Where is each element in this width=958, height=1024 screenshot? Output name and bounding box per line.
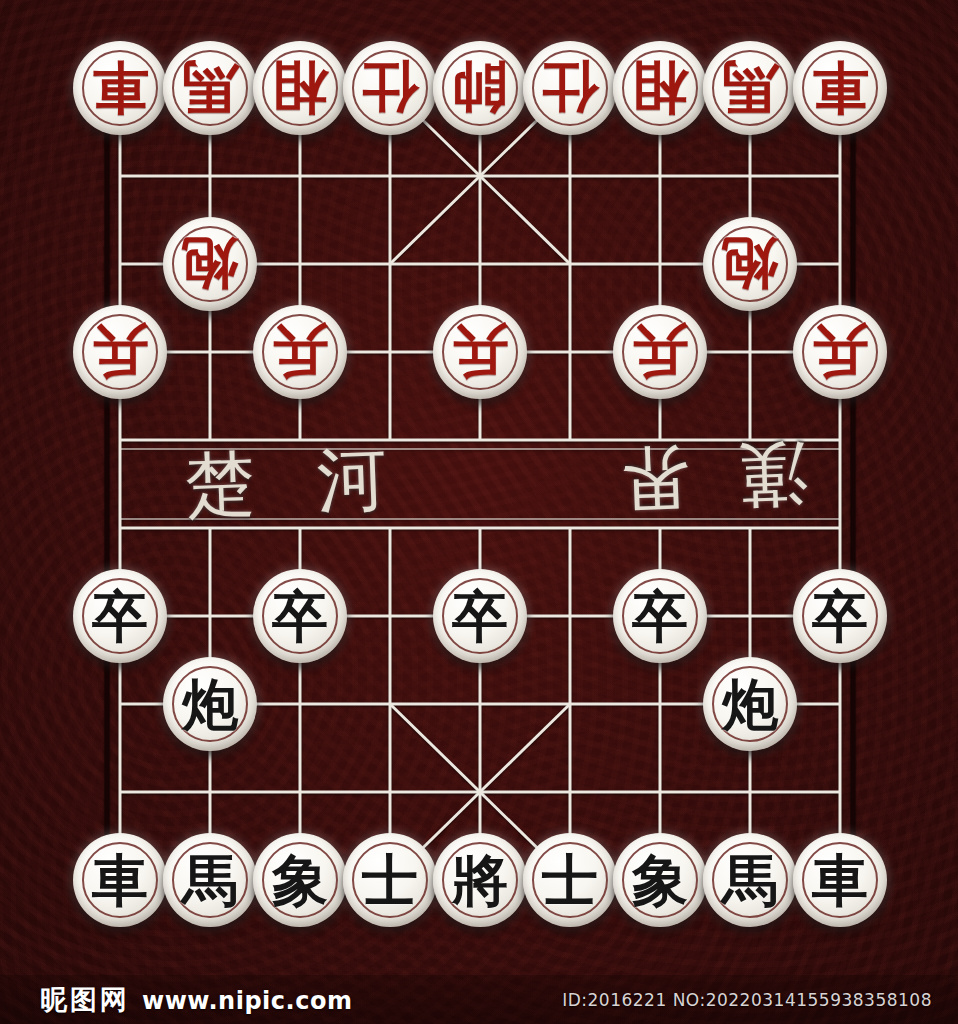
piece-red-soldier[interactable]: 兵 (433, 305, 527, 399)
piece-glyph: 象 (272, 852, 328, 908)
piece-glyph: 車 (812, 852, 868, 908)
piece-glyph: 車 (92, 852, 148, 908)
piece-black-soldier[interactable]: 卒 (433, 569, 527, 663)
piece-glyph: 兵 (272, 324, 328, 380)
piece-black-soldier[interactable]: 卒 (253, 569, 347, 663)
piece-glyph: 相 (272, 60, 328, 116)
piece-black-soldier[interactable]: 卒 (73, 569, 167, 663)
watermark-bar: 昵图网 www.nipic.com ID:2016221 NO:20220314… (0, 975, 958, 1024)
piece-glyph: 帥 (452, 60, 508, 116)
piece-glyph: 車 (92, 60, 148, 116)
piece-glyph: 卒 (272, 588, 328, 644)
piece-glyph: 相 (632, 60, 688, 116)
piece-glyph: 卒 (632, 588, 688, 644)
piece-red-soldier[interactable]: 兵 (253, 305, 347, 399)
piece-glyph: 馬 (182, 852, 238, 908)
xiangqi-board[interactable]: 車馬相仕帥仕相馬車炮炮兵兵兵兵兵卒卒卒卒卒炮炮車馬象士將士象馬車 (75, 44, 885, 924)
piece-black-horse[interactable]: 馬 (163, 833, 257, 927)
piece-glyph: 兵 (632, 324, 688, 380)
piece-glyph: 馬 (722, 60, 778, 116)
piece-glyph: 仕 (362, 60, 418, 116)
piece-glyph: 士 (542, 852, 598, 908)
piece-glyph: 炮 (182, 676, 238, 732)
piece-black-advisor[interactable]: 士 (523, 833, 617, 927)
piece-black-chariot[interactable]: 車 (793, 833, 887, 927)
piece-glyph: 將 (452, 852, 508, 908)
piece-red-elephant[interactable]: 相 (613, 41, 707, 135)
piece-glyph: 象 (632, 852, 688, 908)
piece-red-elephant[interactable]: 相 (253, 41, 347, 135)
piece-glyph: 車 (812, 60, 868, 116)
piece-black-cannon[interactable]: 炮 (703, 657, 797, 751)
piece-glyph: 卒 (92, 588, 148, 644)
piece-black-soldier[interactable]: 卒 (613, 569, 707, 663)
piece-black-chariot[interactable]: 車 (73, 833, 167, 927)
piece-red-soldier[interactable]: 兵 (613, 305, 707, 399)
site-url-text: www.nipic.com (142, 987, 352, 1015)
piece-black-elephant[interactable]: 象 (613, 833, 707, 927)
piece-glyph: 炮 (182, 236, 238, 292)
piece-glyph: 卒 (812, 588, 868, 644)
piece-glyph: 兵 (812, 324, 868, 380)
piece-black-cannon[interactable]: 炮 (163, 657, 257, 751)
site-watermark: 昵图网 www.nipic.com (40, 982, 352, 1018)
piece-red-general[interactable]: 帥 (433, 41, 527, 135)
piece-red-cannon[interactable]: 炮 (703, 217, 797, 311)
piece-red-advisor[interactable]: 仕 (523, 41, 617, 135)
piece-red-chariot[interactable]: 車 (73, 41, 167, 135)
piece-black-general[interactable]: 將 (433, 833, 527, 927)
piece-red-horse[interactable]: 馬 (163, 41, 257, 135)
piece-red-chariot[interactable]: 車 (793, 41, 887, 135)
piece-red-soldier[interactable]: 兵 (793, 305, 887, 399)
piece-red-soldier[interactable]: 兵 (73, 305, 167, 399)
piece-black-elephant[interactable]: 象 (253, 833, 347, 927)
piece-glyph: 兵 (92, 324, 148, 380)
piece-glyph: 馬 (722, 852, 778, 908)
piece-red-advisor[interactable]: 仕 (343, 41, 437, 135)
piece-glyph: 炮 (722, 676, 778, 732)
piece-black-soldier[interactable]: 卒 (793, 569, 887, 663)
piece-glyph: 仕 (542, 60, 598, 116)
piece-red-horse[interactable]: 馬 (703, 41, 797, 135)
piece-black-advisor[interactable]: 士 (343, 833, 437, 927)
piece-black-horse[interactable]: 馬 (703, 833, 797, 927)
image-id-text: ID:2016221 NO:20220314155938358108 (562, 990, 932, 1010)
site-name-text: 昵图网 (40, 982, 130, 1018)
piece-glyph: 炮 (722, 236, 778, 292)
piece-glyph: 馬 (182, 60, 238, 116)
piece-glyph: 士 (362, 852, 418, 908)
xiangqi-scene: 楚河 漢界 車馬相仕帥仕相馬車炮炮兵兵兵兵兵卒卒卒卒卒炮炮車馬象士將士象馬車 昵… (0, 0, 958, 1024)
piece-glyph: 兵 (452, 324, 508, 380)
piece-glyph: 卒 (452, 588, 508, 644)
piece-red-cannon[interactable]: 炮 (163, 217, 257, 311)
